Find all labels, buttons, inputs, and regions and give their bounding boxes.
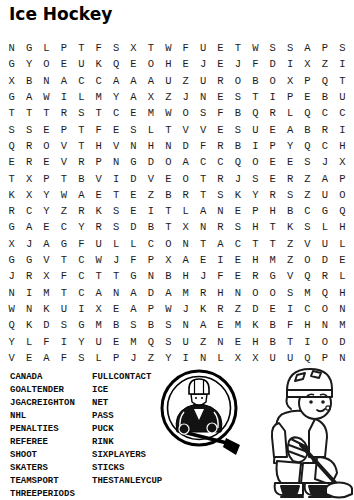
- grid-cell-r2c9: O: [142, 56, 159, 72]
- grid-cell-r6c1: S: [3, 121, 20, 137]
- grid-cell-r17c16: E: [264, 301, 281, 317]
- word-item: JGACREIGHTON: [10, 397, 75, 410]
- grid-cell-r16c11: M: [177, 284, 194, 300]
- grid-cell-r10c13: S: [212, 187, 229, 203]
- grid-cell-r9c15: S: [247, 170, 264, 186]
- grid-cell-r14c19: D: [316, 252, 333, 268]
- grid-cell-r6c15: U: [247, 121, 264, 137]
- grid-cell-r10c15: Y: [247, 187, 264, 203]
- grid-cell-r6c12: V: [194, 121, 211, 137]
- grid-cell-r10c6: E: [90, 187, 107, 203]
- grid-cell-r8c15: O: [247, 154, 264, 170]
- grid-cell-r12c15: H: [247, 219, 264, 235]
- grid-cell-r17c8: A: [125, 301, 142, 317]
- grid-cell-r15c15: R: [247, 268, 264, 284]
- grid-cell-r4c17: P: [281, 89, 298, 105]
- grid-cell-r19c17: T: [281, 333, 298, 349]
- grid-cell-r19c18: I: [299, 333, 316, 349]
- grid-cell-r8c3: E: [38, 154, 55, 170]
- grid-cell-r10c5: A: [73, 187, 90, 203]
- grid-cell-r2c16: D: [264, 56, 281, 72]
- grid-cell-r1c1: N: [3, 40, 20, 56]
- grid-cell-r7c4: V: [55, 138, 72, 154]
- grid-cell-r9c12: T: [194, 170, 211, 186]
- grid-cell-r14c8: F: [125, 252, 142, 268]
- grid-cell-r3c19: Q: [316, 73, 333, 89]
- grid-cell-r6c14: S: [229, 121, 246, 137]
- grid-cell-r10c14: K: [229, 187, 246, 203]
- grid-cell-r5c10: W: [160, 105, 177, 121]
- grid-cell-r11c9: I: [142, 203, 159, 219]
- grid-cell-r11c8: E: [125, 203, 142, 219]
- grid-cell-r11c15: P: [247, 203, 264, 219]
- grid-cell-r20c4: F: [55, 350, 72, 366]
- word-item: PUCK: [92, 423, 162, 436]
- grid-cell-r15c10: B: [160, 268, 177, 284]
- grid-cell-r2c5: U: [73, 56, 90, 72]
- grid-cell-r4c11: J: [177, 89, 194, 105]
- grid-cell-r16c3: M: [38, 284, 55, 300]
- grid-cell-r3c9: A: [142, 73, 159, 89]
- grid-cell-r2c8: E: [125, 56, 142, 72]
- grid-cell-r9c2: X: [20, 170, 37, 186]
- grid-cell-r12c17: K: [281, 219, 298, 235]
- grid-cell-r13c1: X: [3, 236, 20, 252]
- grid-cell-r20c14: X: [229, 350, 246, 366]
- grid-cell-r3c4: A: [55, 73, 72, 89]
- grid-cell-r12c20: H: [334, 219, 351, 235]
- grid-cell-r1c5: T: [73, 40, 90, 56]
- grid-cell-r12c19: L: [316, 219, 333, 235]
- grid-cell-r15c12: J: [194, 268, 211, 284]
- grid-cell-r7c8: N: [125, 138, 142, 154]
- grid-cell-r13c8: L: [125, 236, 142, 252]
- grid-cell-r18c16: B: [264, 317, 281, 333]
- grid-cell-r13c9: C: [142, 236, 159, 252]
- grid-cell-r11c1: R: [3, 203, 20, 219]
- word-item: NHL: [10, 410, 75, 423]
- grid-cell-r6c11: V: [177, 121, 194, 137]
- grid-cell-r2c2: Y: [20, 56, 37, 72]
- grid-cell-r4c6: M: [90, 89, 107, 105]
- grid-cell-r1c14: T: [229, 40, 246, 56]
- page-title: Ice Hockey: [9, 4, 112, 24]
- grid-cell-r13c19: U: [316, 236, 333, 252]
- grid-cell-r16c2: I: [20, 284, 37, 300]
- grid-cell-r8c12: C: [194, 154, 211, 170]
- grid-cell-r14c12: E: [194, 252, 211, 268]
- grid-cell-r11c7: S: [107, 203, 124, 219]
- grid-cell-r14c11: A: [177, 252, 194, 268]
- grid-cell-r7c19: C: [316, 138, 333, 154]
- grid-cell-r18c13: E: [212, 317, 229, 333]
- grid-cell-r19c4: I: [55, 333, 72, 349]
- grid-cell-r15c9: N: [142, 268, 159, 284]
- grid-cell-r6c20: I: [334, 121, 351, 137]
- grid-cell-r7c14: B: [229, 138, 246, 154]
- grid-cell-r20c1: V: [3, 350, 20, 366]
- grid-cell-r16c18: M: [299, 284, 316, 300]
- grid-cell-r17c14: Z: [229, 301, 246, 317]
- word-item: SIXPLAYERS: [92, 449, 162, 462]
- grid-cell-r11c14: E: [229, 203, 246, 219]
- grid-cell-r12c2: A: [20, 219, 37, 235]
- grid-cell-r11c17: B: [281, 203, 298, 219]
- grid-cell-r1c17: S: [281, 40, 298, 56]
- grid-cell-r1c20: S: [334, 40, 351, 56]
- grid-cell-r1c19: P: [316, 40, 333, 56]
- grid-cell-r5c14: B: [229, 105, 246, 121]
- grid-cell-r19c11: U: [177, 333, 194, 349]
- grid-cell-r9c20: P: [334, 170, 351, 186]
- grid-cell-r15c16: G: [264, 268, 281, 284]
- grid-cell-r11c4: Z: [55, 203, 72, 219]
- grid-cell-r7c10: N: [160, 138, 177, 154]
- hockey-goalie-badge-icon: [157, 368, 245, 456]
- grid-cell-r20c3: A: [38, 350, 55, 366]
- grid-cell-r14c6: W: [90, 252, 107, 268]
- grid-cell-r18c2: K: [20, 317, 37, 333]
- grid-cell-r4c19: B: [316, 89, 333, 105]
- grid-cell-r19c5: Y: [73, 333, 90, 349]
- grid-cell-r3c7: A: [107, 73, 124, 89]
- grid-cell-r8c18: S: [299, 154, 316, 170]
- grid-cell-r15c8: G: [125, 268, 142, 284]
- grid-cell-r4c14: S: [229, 89, 246, 105]
- grid-cell-r13c20: L: [334, 236, 351, 252]
- grid-cell-r4c2: A: [20, 89, 37, 105]
- grid-cell-r11c16: H: [264, 203, 281, 219]
- grid-cell-r16c13: H: [212, 284, 229, 300]
- grid-cell-r5c9: M: [142, 105, 159, 121]
- grid-cell-r15c3: X: [38, 268, 55, 284]
- grid-cell-r20c8: J: [125, 350, 142, 366]
- grid-cell-r15c7: T: [107, 268, 124, 284]
- grid-cell-r3c16: O: [264, 73, 281, 89]
- grid-cell-r7c20: H: [334, 138, 351, 154]
- grid-cell-r4c12: N: [194, 89, 211, 105]
- grid-cell-r14c2: G: [20, 252, 37, 268]
- grid-cell-r10c7: T: [107, 187, 124, 203]
- grid-cell-r8c14: Q: [229, 154, 246, 170]
- grid-cell-r5c19: C: [316, 105, 333, 121]
- grid-cell-r12c14: S: [229, 219, 246, 235]
- grid-cell-r8c1: E: [3, 154, 20, 170]
- grid-cell-r1c12: U: [194, 40, 211, 56]
- grid-cell-r16c9: D: [142, 284, 159, 300]
- child-hockey-player-icon: [251, 361, 354, 500]
- word-item: REFEREE: [10, 436, 75, 449]
- grid-cell-r18c3: D: [38, 317, 55, 333]
- grid-cell-r3c17: X: [281, 73, 298, 89]
- grid-cell-r4c7: Y: [107, 89, 124, 105]
- grid-cell-r18c1: Q: [3, 317, 20, 333]
- grid-cell-r4c5: L: [73, 89, 90, 105]
- grid-cell-r15c5: C: [73, 268, 90, 284]
- grid-cell-r19c3: F: [38, 333, 55, 349]
- grid-cell-r19c7: E: [107, 333, 124, 349]
- grid-cell-r3c11: Z: [177, 73, 194, 89]
- grid-cell-r14c18: O: [299, 252, 316, 268]
- grid-cell-r4c15: T: [247, 89, 264, 105]
- grid-cell-r4c1: G: [3, 89, 20, 105]
- grid-cell-r4c8: A: [125, 89, 142, 105]
- grid-cell-r3c8: A: [125, 73, 142, 89]
- grid-cell-r7c3: O: [38, 138, 55, 154]
- word-item: PENALTIES: [10, 423, 75, 436]
- grid-cell-r10c17: S: [281, 187, 298, 203]
- word-item: THESTANLEYCUP: [92, 475, 162, 488]
- grid-cell-r8c2: R: [20, 154, 37, 170]
- grid-cell-r8c7: N: [107, 154, 124, 170]
- grid-cell-r17c7: E: [107, 301, 124, 317]
- grid-cell-r13c2: J: [20, 236, 37, 252]
- grid-cell-r4c20: U: [334, 89, 351, 105]
- grid-cell-r18c12: A: [194, 317, 211, 333]
- grid-cell-r4c4: I: [55, 89, 72, 105]
- grid-cell-r15c6: T: [90, 268, 107, 284]
- grid-cell-r8c17: E: [281, 154, 298, 170]
- grid-cell-r6c2: S: [20, 121, 37, 137]
- grid-cell-r17c11: J: [177, 301, 194, 317]
- grid-cell-r11c10: T: [160, 203, 177, 219]
- grid-cell-r5c13: F: [212, 105, 229, 121]
- grid-cell-r19c14: E: [229, 333, 246, 349]
- grid-cell-r2c17: I: [281, 56, 298, 72]
- grid-cell-r7c2: R: [20, 138, 37, 154]
- grid-cell-r13c18: V: [299, 236, 316, 252]
- grid-cell-r10c4: W: [55, 187, 72, 203]
- grid-cell-r9c6: V: [90, 170, 107, 186]
- grid-cell-r18c10: S: [160, 317, 177, 333]
- grid-cell-r2c4: E: [55, 56, 72, 72]
- grid-cell-r6c7: E: [107, 121, 124, 137]
- grid-cell-r5c15: Q: [247, 105, 264, 121]
- grid-cell-r11c3: Y: [38, 203, 55, 219]
- grid-cell-r11c18: C: [299, 203, 316, 219]
- grid-cell-r5c17: L: [281, 105, 298, 121]
- grid-cell-r5c12: S: [194, 105, 211, 121]
- grid-cell-r1c6: F: [90, 40, 107, 56]
- grid-cell-r11c6: K: [90, 203, 107, 219]
- grid-cell-r1c10: W: [160, 40, 177, 56]
- grid-cell-r17c10: W: [160, 301, 177, 317]
- grid-cell-r13c13: A: [212, 236, 229, 252]
- grid-cell-r2c19: Z: [316, 56, 333, 72]
- grid-cell-r19c10: S: [160, 333, 177, 349]
- grid-cell-r15c18: Q: [299, 268, 316, 284]
- grid-cell-r6c17: A: [281, 121, 298, 137]
- grid-cell-r17c19: O: [316, 301, 333, 317]
- grid-cell-r12c16: T: [264, 219, 281, 235]
- grid-cell-r12c3: E: [38, 219, 55, 235]
- grid-cell-r13c4: G: [55, 236, 72, 252]
- grid-cell-r1c2: G: [20, 40, 37, 56]
- grid-cell-r15c2: R: [20, 268, 37, 284]
- grid-cell-r9c18: Z: [299, 170, 316, 186]
- grid-cell-r7c13: R: [212, 138, 229, 154]
- grid-cell-r2c7: Q: [107, 56, 124, 72]
- grid-cell-r5c8: E: [125, 105, 142, 121]
- grid-cell-r15c17: V: [281, 268, 298, 284]
- grid-cell-r3c3: N: [38, 73, 55, 89]
- grid-cell-r18c19: N: [316, 317, 333, 333]
- grid-cell-r14c4: T: [55, 252, 72, 268]
- grid-cell-r9c17: R: [281, 170, 298, 186]
- grid-cell-r15c11: H: [177, 268, 194, 284]
- grid-cell-r8c4: V: [55, 154, 72, 170]
- grid-cell-r12c13: R: [212, 219, 229, 235]
- grid-cell-r9c4: T: [55, 170, 72, 186]
- grid-cell-r17c15: D: [247, 301, 264, 317]
- grid-cell-r9c16: E: [264, 170, 281, 186]
- grid-cell-r2c15: F: [247, 56, 264, 72]
- grid-cell-r19c6: U: [90, 333, 107, 349]
- grid-cell-r8c9: D: [142, 154, 159, 170]
- grid-cell-r14c16: M: [264, 252, 281, 268]
- grid-cell-r18c18: H: [299, 317, 316, 333]
- grid-cell-r10c1: K: [3, 187, 20, 203]
- grid-cell-r17c18: C: [299, 301, 316, 317]
- grid-cell-r19c13: N: [212, 333, 229, 349]
- grid-cell-r10c2: X: [20, 187, 37, 203]
- grid-cell-r2c13: E: [212, 56, 229, 72]
- grid-cell-r9c10: E: [160, 170, 177, 186]
- grid-cell-r14c17: Z: [281, 252, 298, 268]
- grid-cell-r5c5: S: [73, 105, 90, 121]
- grid-cell-r12c12: N: [194, 219, 211, 235]
- word-item: STICKS: [92, 462, 162, 475]
- grid-cell-r4c16: I: [264, 89, 281, 105]
- grid-cell-r14c14: E: [229, 252, 246, 268]
- grid-cell-r16c1: N: [3, 284, 20, 300]
- grid-cell-r12c6: R: [90, 219, 107, 235]
- grid-cell-r14c5: C: [73, 252, 90, 268]
- grid-cell-r2c1: G: [3, 56, 20, 72]
- grid-cell-r13c3: A: [38, 236, 55, 252]
- grid-cell-r18c4: S: [55, 317, 72, 333]
- grid-cell-r1c11: F: [177, 40, 194, 56]
- grid-cell-r7c7: V: [107, 138, 124, 154]
- grid-cell-r9c1: T: [3, 170, 20, 186]
- grid-cell-r5c20: C: [334, 105, 351, 121]
- grid-cell-r4c13: E: [212, 89, 229, 105]
- grid-cell-r7c5: T: [73, 138, 90, 154]
- grid-cell-r17c20: N: [334, 301, 351, 317]
- grid-cell-r14c13: I: [212, 252, 229, 268]
- grid-cell-r9c3: P: [38, 170, 55, 186]
- grid-cell-r20c11: I: [177, 350, 194, 366]
- grid-cell-r16c6: A: [90, 284, 107, 300]
- grid-cell-r20c13: L: [212, 350, 229, 366]
- grid-cell-r9c8: D: [125, 170, 142, 186]
- grid-cell-r16c20: H: [334, 284, 351, 300]
- grid-cell-r10c12: T: [194, 187, 211, 203]
- grid-cell-r8c6: P: [90, 154, 107, 170]
- grid-cell-r10c19: U: [316, 187, 333, 203]
- grid-cell-r10c3: Y: [38, 187, 55, 203]
- grid-cell-r14c20: E: [334, 252, 351, 268]
- grid-cell-r5c1: T: [3, 105, 20, 121]
- word-item: SHOOT: [10, 449, 75, 462]
- grid-cell-r15c1: J: [3, 268, 20, 284]
- grid-cell-r13c10: O: [160, 236, 177, 252]
- grid-cell-r11c5: R: [73, 203, 90, 219]
- grid-cell-r14c1: G: [3, 252, 20, 268]
- grid-cell-r11c19: G: [316, 203, 333, 219]
- grid-cell-r10c18: Z: [299, 187, 316, 203]
- grid-cell-r7c18: Q: [299, 138, 316, 154]
- grid-cell-r19c2: L: [20, 333, 37, 349]
- grid-cell-r20c7: P: [107, 350, 124, 366]
- grid-cell-r19c19: O: [316, 333, 333, 349]
- grid-cell-r2c14: J: [229, 56, 246, 72]
- grid-cell-r16c19: Q: [316, 284, 333, 300]
- grid-cell-r6c8: S: [125, 121, 142, 137]
- grid-cell-r18c11: N: [177, 317, 194, 333]
- grid-cell-r18c14: M: [229, 317, 246, 333]
- grid-cell-r5c7: C: [107, 105, 124, 121]
- grid-cell-r17c1: W: [3, 301, 20, 317]
- grid-cell-r17c5: I: [73, 301, 90, 317]
- grid-cell-r6c19: R: [316, 121, 333, 137]
- grid-cell-r11c12: A: [194, 203, 211, 219]
- grid-cell-r15c20: L: [334, 268, 351, 284]
- grid-cell-r8c5: R: [73, 154, 90, 170]
- grid-cell-r5c6: T: [90, 105, 107, 121]
- grid-cell-r11c11: L: [177, 203, 194, 219]
- grid-cell-r7c12: F: [194, 138, 211, 154]
- grid-cell-r13c14: C: [229, 236, 246, 252]
- grid-cell-r9c9: V: [142, 170, 159, 186]
- grid-cell-r9c5: B: [73, 170, 90, 186]
- grid-cell-r15c4: F: [55, 268, 72, 284]
- grid-cell-r13c7: L: [107, 236, 124, 252]
- grid-cell-r16c8: A: [125, 284, 142, 300]
- grid-cell-r10c16: R: [264, 187, 281, 203]
- grid-cell-r16c10: A: [160, 284, 177, 300]
- grid-cell-r8c16: E: [264, 154, 281, 170]
- grid-cell-r20c6: L: [90, 350, 107, 366]
- grid-cell-r17c6: X: [90, 301, 107, 317]
- word-item: SKATERS: [10, 462, 75, 475]
- grid-cell-r18c5: G: [73, 317, 90, 333]
- word-item: FULLCONTACT: [92, 371, 162, 384]
- grid-cell-r6c6: F: [90, 121, 107, 137]
- grid-cell-r6c5: T: [73, 121, 90, 137]
- grid-cell-r20c10: Y: [160, 350, 177, 366]
- grid-cell-r20c5: S: [73, 350, 90, 366]
- grid-cell-r11c13: N: [212, 203, 229, 219]
- grid-cell-r11c2: C: [20, 203, 37, 219]
- grid-cell-r6c13: E: [212, 121, 229, 137]
- grid-cell-r18c20: M: [334, 317, 351, 333]
- grid-cell-r14c15: H: [247, 252, 264, 268]
- grid-cell-r1c9: T: [142, 40, 159, 56]
- grid-cell-r9c7: I: [107, 170, 124, 186]
- grid-cell-r13c12: T: [194, 236, 211, 252]
- grid-cell-r10c9: Z: [142, 187, 159, 203]
- worksheet-page: { "game": "word-search", "title": "Ice H…: [0, 0, 354, 500]
- grid-cell-r19c1: Y: [3, 333, 20, 349]
- grid-cell-r1c7: S: [107, 40, 124, 56]
- grid-cell-r7c9: H: [142, 138, 159, 154]
- grid-cell-r7c17: Y: [281, 138, 298, 154]
- grid-cell-r9c19: A: [316, 170, 333, 186]
- grid-cell-r17c13: R: [212, 301, 229, 317]
- grid-cell-r17c4: U: [55, 301, 72, 317]
- grid-cell-r18c7: B: [107, 317, 124, 333]
